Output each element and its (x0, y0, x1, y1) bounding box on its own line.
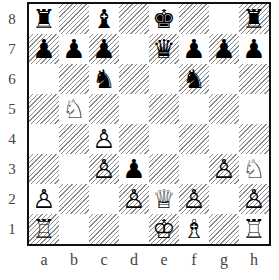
square-d5[interactable] (119, 94, 149, 124)
square-g8[interactable] (209, 4, 239, 34)
rank-label-2: 2 (0, 184, 24, 214)
square-f7[interactable]: ♟ (179, 34, 209, 64)
square-f8[interactable] (179, 4, 209, 34)
rank-label-3: 3 (0, 154, 24, 184)
square-c4[interactable]: ♙ (89, 124, 119, 154)
square-g4[interactable] (209, 124, 239, 154)
square-c5[interactable] (89, 94, 119, 124)
file-label-h: h (239, 249, 269, 271)
square-a6[interactable] (29, 64, 59, 94)
chess-diagram: ♜♝♚♜♟♟♟♛♟♟♟♞♞♘♙♙♟♙♘♙♙♕♙♙♖♔♗♖ 87654321 ab… (0, 0, 279, 280)
square-b5[interactable]: ♘ (59, 94, 89, 124)
square-a3[interactable] (29, 154, 59, 184)
square-d6[interactable] (119, 64, 149, 94)
square-c2[interactable] (89, 184, 119, 214)
square-d1[interactable] (119, 214, 149, 244)
square-g6[interactable] (209, 64, 239, 94)
file-label-b: b (59, 249, 89, 271)
square-b1[interactable] (59, 214, 89, 244)
square-d2[interactable]: ♙ (119, 184, 149, 214)
square-h3[interactable]: ♘ (239, 154, 269, 184)
square-c6[interactable]: ♞ (89, 64, 119, 94)
square-b4[interactable] (59, 124, 89, 154)
square-d7[interactable] (119, 34, 149, 64)
square-g2[interactable] (209, 184, 239, 214)
file-label-d: d (119, 249, 149, 271)
square-c3[interactable]: ♙ (89, 154, 119, 184)
square-c8[interactable]: ♝ (89, 4, 119, 34)
square-b2[interactable] (59, 184, 89, 214)
rank-label-1: 1 (0, 214, 24, 244)
file-label-a: a (29, 249, 59, 271)
square-f3[interactable] (179, 154, 209, 184)
square-f5[interactable] (179, 94, 209, 124)
square-b3[interactable] (59, 154, 89, 184)
file-label-e: e (149, 249, 179, 271)
rank-label-6: 6 (0, 64, 24, 94)
square-g1[interactable] (209, 214, 239, 244)
square-g3[interactable]: ♙ (209, 154, 239, 184)
square-f1[interactable]: ♗ (179, 214, 209, 244)
square-e5[interactable] (149, 94, 179, 124)
square-d3[interactable]: ♟ (119, 154, 149, 184)
square-e1[interactable]: ♔ (149, 214, 179, 244)
square-e3[interactable] (149, 154, 179, 184)
square-f2[interactable]: ♙ (179, 184, 209, 214)
rank-label-5: 5 (0, 94, 24, 124)
square-d4[interactable] (119, 124, 149, 154)
square-e2[interactable]: ♕ (149, 184, 179, 214)
square-h8[interactable]: ♜ (239, 4, 269, 34)
rank-label-4: 4 (0, 124, 24, 154)
square-a8[interactable]: ♜ (29, 4, 59, 34)
square-h2[interactable]: ♙ (239, 184, 269, 214)
square-c1[interactable] (89, 214, 119, 244)
square-h4[interactable] (239, 124, 269, 154)
file-label-c: c (89, 249, 119, 271)
square-a7[interactable]: ♟ (29, 34, 59, 64)
square-e8[interactable]: ♚ (149, 4, 179, 34)
square-h1[interactable]: ♖ (239, 214, 269, 244)
file-label-g: g (209, 249, 239, 271)
square-f4[interactable] (179, 124, 209, 154)
square-b6[interactable] (59, 64, 89, 94)
square-a5[interactable] (29, 94, 59, 124)
square-h6[interactable] (239, 64, 269, 94)
file-label-f: f (179, 249, 209, 271)
chess-board: ♜♝♚♜♟♟♟♛♟♟♟♞♞♘♙♙♟♙♘♙♙♕♙♙♖♔♗♖ (27, 2, 271, 246)
square-b8[interactable] (59, 4, 89, 34)
square-b7[interactable]: ♟ (59, 34, 89, 64)
square-e4[interactable] (149, 124, 179, 154)
rank-label-8: 8 (0, 4, 24, 34)
square-e6[interactable] (149, 64, 179, 94)
rank-label-7: 7 (0, 34, 24, 64)
square-h5[interactable] (239, 94, 269, 124)
square-a2[interactable]: ♙ (29, 184, 59, 214)
square-a1[interactable]: ♖ (29, 214, 59, 244)
square-g5[interactable] (209, 94, 239, 124)
square-g7[interactable]: ♟ (209, 34, 239, 64)
square-e7[interactable]: ♛ (149, 34, 179, 64)
square-h7[interactable]: ♟ (239, 34, 269, 64)
square-a4[interactable] (29, 124, 59, 154)
square-f6[interactable]: ♞ (179, 64, 209, 94)
square-c7[interactable]: ♟ (89, 34, 119, 64)
square-d8[interactable] (119, 4, 149, 34)
